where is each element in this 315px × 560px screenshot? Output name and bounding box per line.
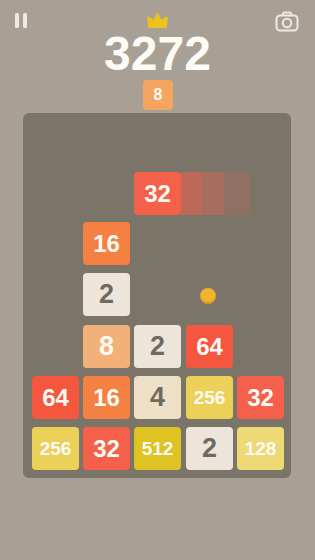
tile-128: 128 — [237, 427, 284, 470]
motion-trail — [181, 172, 251, 215]
bonus-coin[interactable] — [200, 288, 216, 304]
tile-2: 2 — [134, 325, 181, 368]
tile-16: 16 — [83, 222, 130, 265]
falling-tile-32[interactable]: 32 — [134, 172, 181, 215]
tile-64: 64 — [186, 325, 233, 368]
tile-8: 8 — [83, 325, 130, 368]
tile-16: 16 — [83, 376, 130, 419]
next-tile-preview: 8 — [143, 80, 173, 110]
camera-button[interactable] — [275, 11, 299, 32]
tile-32: 32 — [237, 376, 284, 419]
tile-4: 4 — [134, 376, 181, 419]
tile-512: 512 — [134, 427, 181, 470]
tile-2: 2 — [186, 427, 233, 470]
tile-256: 256 — [32, 427, 79, 470]
tile-64: 64 — [32, 376, 79, 419]
tile-2: 2 — [83, 273, 130, 316]
app-screen: 3272 8 1628264641642563225632512212832 — [0, 0, 315, 560]
game-board[interactable]: 1628264641642563225632512212832 — [23, 113, 291, 478]
score-value: 3272 — [0, 26, 315, 81]
tile-32: 32 — [83, 427, 130, 470]
tile-256: 256 — [186, 376, 233, 419]
